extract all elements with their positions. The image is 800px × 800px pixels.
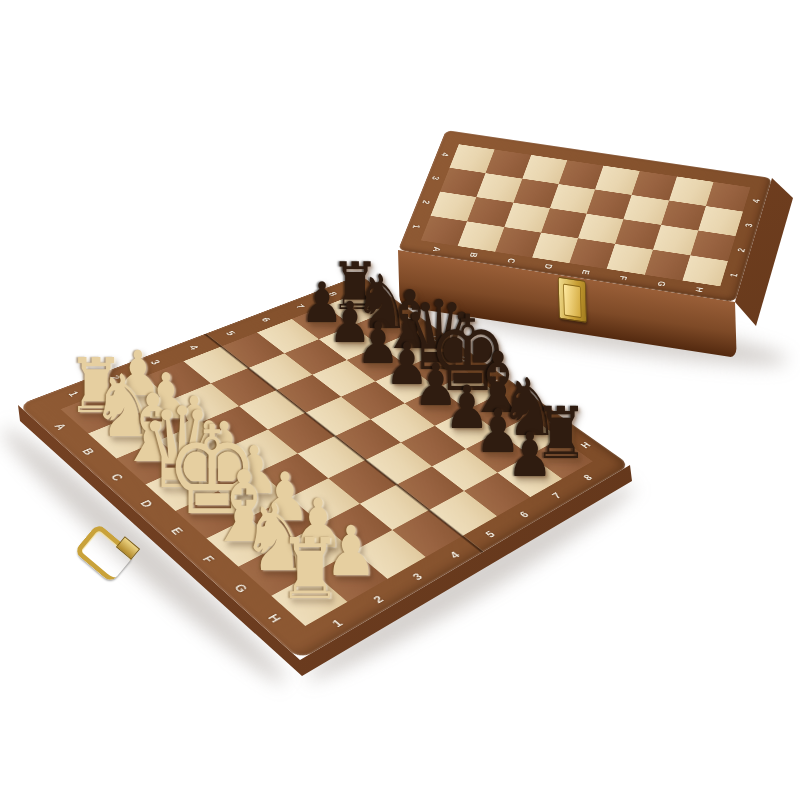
file-label-left-D: D [118, 487, 177, 520]
file-label-left-C: C [88, 461, 146, 493]
file-label-left-B: B [60, 436, 118, 467]
brass-clasp-plate [563, 283, 582, 318]
file-label-left-A: A [32, 412, 89, 441]
rank-label-far-7: 7 [279, 294, 322, 320]
file-label-left-E: E [148, 514, 207, 549]
rank-label-far-6: 6 [245, 306, 288, 333]
rank-label-far-8: 8 [312, 281, 354, 306]
file-label-left-F: F [179, 541, 238, 577]
product-photo-scene: 44332211ABCDEFGH 1122334455667788AABBCCD… [0, 0, 800, 800]
